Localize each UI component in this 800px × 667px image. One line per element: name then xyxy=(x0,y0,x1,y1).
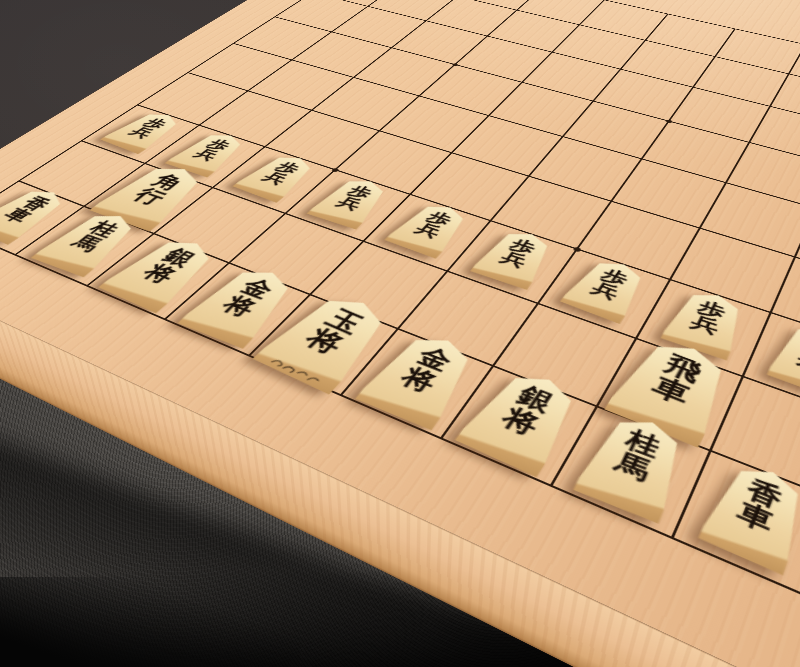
piece-body: 金将 xyxy=(352,326,488,431)
piece-gold[interactable]: 金将 xyxy=(175,261,307,350)
piece-kanji-label: 歩兵 xyxy=(317,179,392,218)
piece-kanji-label: 銀将 xyxy=(471,372,586,452)
piece-kanji-label: 歩兵 xyxy=(245,155,318,193)
piece-body: 歩兵 xyxy=(305,174,397,230)
piece-kanji-label: 歩兵 xyxy=(569,260,651,310)
piece-kanji-label: 銀将 xyxy=(119,238,219,295)
piece-kanji-label: 歩兵 xyxy=(395,204,472,247)
piece-kanji-label: 歩兵 xyxy=(479,231,558,277)
piece-kanji-label: 歩兵 xyxy=(177,133,248,168)
piece-body: 歩兵 xyxy=(383,199,477,260)
piece-kanji-label: 玉将 xyxy=(275,295,395,370)
piece-body: 歩兵 xyxy=(658,285,752,361)
piece-pawn[interactable]: 歩兵 xyxy=(383,199,477,260)
piece-kanji-label: 歩兵 xyxy=(666,291,749,344)
piece-rook[interactable]: 飛車 xyxy=(601,332,742,450)
photo-stage: 歩兵歩兵歩兵歩兵歩兵歩兵歩兵歩兵歩兵角行飛車香車桂馬銀将金将玉将金将銀将桂馬香車 xyxy=(0,0,800,667)
piece-pawn[interactable]: 歩兵 xyxy=(99,108,189,155)
piece-king[interactable]: 玉将 xyxy=(250,287,403,396)
piece-body: 飛車 xyxy=(601,332,742,450)
piece-body: 歩兵 xyxy=(764,318,800,401)
piece-gold[interactable]: 金将 xyxy=(352,326,488,431)
piece-body: 玉将 xyxy=(250,287,403,396)
piece-pawn[interactable]: 歩兵 xyxy=(231,150,324,203)
piece-kanji-label: 桂馬 xyxy=(50,213,140,260)
piece-silver[interactable]: 銀将 xyxy=(452,363,592,479)
maker-signature xyxy=(265,355,326,388)
piece-kanji-label: 飛車 xyxy=(617,341,738,422)
pieces-layer: 歩兵歩兵歩兵歩兵歩兵歩兵歩兵歩兵歩兵角行飛車香車桂馬銀将金将玉将金将銀将桂馬香車 xyxy=(0,0,800,667)
piece-lance[interactable]: 香車 xyxy=(695,455,800,577)
piece-kanji-label: 金将 xyxy=(371,335,481,406)
piece-body: 歩兵 xyxy=(231,150,324,203)
piece-pawn[interactable]: 歩兵 xyxy=(764,318,800,401)
piece-body: 歩兵 xyxy=(468,225,561,290)
piece-knight[interactable]: 桂馬 xyxy=(570,407,696,525)
piece-kanji-label: 金将 xyxy=(196,268,299,328)
piece-pawn[interactable]: 歩兵 xyxy=(468,225,561,290)
shogi-board: 歩兵歩兵歩兵歩兵歩兵歩兵歩兵歩兵歩兵角行飛車香車桂馬銀将金将玉将金将銀将桂馬香車 xyxy=(0,0,800,667)
piece-body: 歩兵 xyxy=(558,254,655,325)
piece-kanji-label: 香車 xyxy=(0,188,68,231)
piece-pawn[interactable]: 歩兵 xyxy=(558,254,655,325)
piece-kanji-label: 香車 xyxy=(707,465,800,549)
perspective-scene: 歩兵歩兵歩兵歩兵歩兵歩兵歩兵歩兵歩兵角行飛車香車桂馬銀将金将玉将金将銀将桂馬香車 xyxy=(0,0,800,667)
board-surface: 歩兵歩兵歩兵歩兵歩兵歩兵歩兵歩兵歩兵角行飛車香車桂馬銀将金将玉将金将銀将桂馬香車 xyxy=(0,0,800,667)
piece-body: 香車 xyxy=(695,455,800,577)
piece-pawn[interactable]: 歩兵 xyxy=(658,285,752,361)
piece-kanji-label: 桂馬 xyxy=(584,417,692,496)
piece-kanji-label: 歩兵 xyxy=(114,112,183,145)
piece-body: 桂馬 xyxy=(570,407,696,525)
piece-body: 歩兵 xyxy=(99,108,189,155)
piece-body: 銀将 xyxy=(452,363,592,479)
piece-pawn[interactable]: 歩兵 xyxy=(305,174,397,230)
piece-kanji-label: 歩兵 xyxy=(772,325,800,384)
piece-kanji-label: 角行 xyxy=(109,165,208,214)
piece-body: 金将 xyxy=(175,261,307,350)
